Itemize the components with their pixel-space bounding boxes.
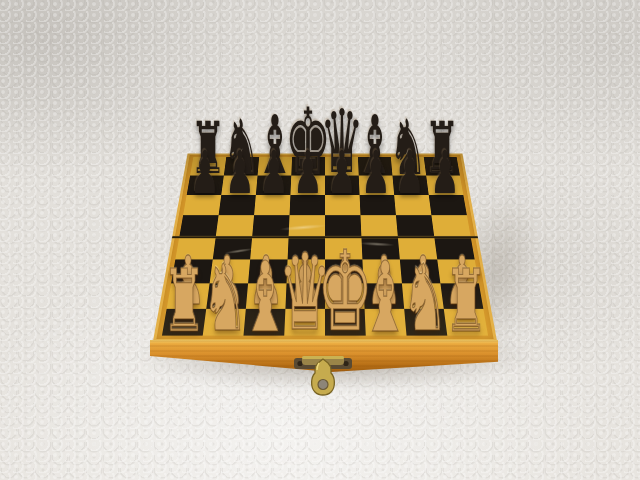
hinge-seam	[172, 236, 478, 239]
square-h3	[437, 259, 479, 283]
square-f3	[362, 259, 402, 283]
square-d8	[291, 157, 325, 175]
square-f2	[363, 283, 404, 308]
square-g4	[398, 237, 437, 260]
photo-scene: ♜♞♝♚♛♝♞♜♟♟♟♟♟♟♟♟♟♟♟♟♟♟♟♟♜♞♝♛♚♝♞♜	[0, 0, 640, 480]
square-e1	[325, 309, 366, 336]
square-c6	[254, 195, 290, 215]
square-h7	[426, 176, 463, 195]
square-c8	[258, 157, 293, 175]
clasp-screw-left	[297, 361, 302, 366]
square-f5	[360, 215, 397, 236]
square-g2	[402, 283, 444, 308]
square-b8	[224, 157, 259, 175]
square-a8	[190, 157, 226, 175]
square-d3	[287, 259, 325, 283]
square-h6	[429, 195, 467, 215]
square-f8	[358, 157, 393, 175]
square-e2	[325, 283, 365, 308]
square-a1	[162, 309, 206, 336]
square-d6	[290, 195, 325, 215]
square-e4	[325, 237, 362, 260]
square-h4	[434, 237, 474, 260]
square-h8	[424, 157, 460, 175]
square-c1	[243, 309, 285, 336]
square-h1	[444, 309, 488, 336]
square-b7	[221, 176, 257, 195]
square-c3	[248, 259, 288, 283]
square-a3	[171, 259, 213, 283]
square-h5	[431, 215, 470, 236]
board-grid	[162, 157, 488, 336]
square-g6	[394, 195, 431, 215]
square-g1	[404, 309, 447, 336]
square-e3	[325, 259, 363, 283]
square-c5	[252, 215, 289, 236]
square-f7	[359, 176, 394, 195]
square-a6	[183, 195, 221, 215]
square-a2	[167, 283, 210, 308]
square-c4	[250, 237, 288, 260]
square-b1	[203, 309, 246, 336]
square-h2	[440, 283, 483, 308]
clasp-pendant-hole	[318, 380, 328, 390]
square-a4	[175, 237, 215, 260]
chess-board	[153, 154, 497, 341]
square-g7	[392, 176, 428, 195]
square-b4	[213, 237, 252, 260]
square-g5	[396, 215, 434, 236]
square-d7	[290, 176, 325, 195]
square-e7	[325, 176, 360, 195]
square-f1	[365, 309, 407, 336]
square-f4	[361, 237, 399, 260]
square-b2	[206, 283, 248, 308]
brass-clasp-icon	[289, 350, 357, 404]
square-e6	[325, 195, 360, 215]
clasp-screw-right	[343, 361, 348, 366]
square-f6	[360, 195, 396, 215]
square-d2	[285, 283, 325, 308]
square-d5	[289, 215, 325, 236]
square-b5	[216, 215, 254, 236]
square-e5	[325, 215, 361, 236]
square-d1	[284, 309, 325, 336]
chess-box	[0, 0, 640, 480]
square-a7	[187, 176, 224, 195]
square-b3	[210, 259, 251, 283]
square-e8	[325, 157, 359, 175]
square-c7	[256, 176, 291, 195]
square-g8	[391, 157, 426, 175]
square-d4	[288, 237, 325, 260]
square-c2	[246, 283, 287, 308]
square-g3	[400, 259, 441, 283]
square-b6	[219, 195, 256, 215]
square-a5	[179, 215, 218, 236]
